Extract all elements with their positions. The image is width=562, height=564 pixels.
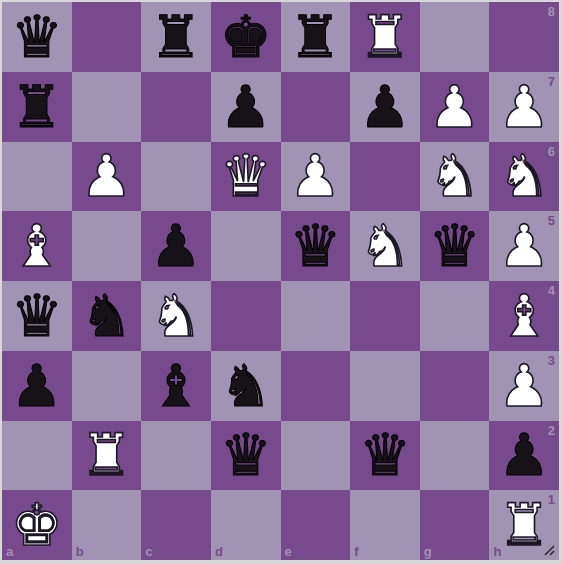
square-e7[interactable] [281,72,351,142]
square-g3[interactable] [420,351,490,421]
square-c5[interactable]: ♟ [141,211,211,281]
piece-black-queen[interactable]: ♛ [359,426,411,484]
square-e4[interactable] [281,281,351,351]
square-f8[interactable]: ♜ [350,2,420,72]
square-g2[interactable] [420,421,490,491]
file-label-d: d [215,545,223,558]
square-h2[interactable]: ♟2 [489,421,559,491]
square-c7[interactable] [141,72,211,142]
square-h8[interactable]: 8 [489,2,559,72]
piece-white-rook[interactable]: ♜ [359,8,411,66]
file-label-g: g [424,545,432,558]
piece-white-pawn[interactable]: ♟ [80,147,132,205]
rank-label-8: 8 [548,5,555,18]
piece-black-rook[interactable]: ♜ [11,78,63,136]
board-grid: ♛♜♚♜♜8♜♟♟♟♟7♟♛♟♞♞6♝♟♛♞♛♟5♛♞♞♝4♟♝♞♟3♜♛♛♟2… [2,2,559,560]
square-g5[interactable]: ♛ [420,211,490,281]
piece-white-pawn[interactable]: ♟ [429,78,481,136]
piece-white-knight[interactable]: ♞ [150,287,202,345]
piece-black-pawn[interactable]: ♟ [220,78,272,136]
square-g6[interactable]: ♞ [420,142,490,212]
piece-white-king[interactable]: ♚ [11,496,63,554]
square-h7[interactable]: ♟7 [489,72,559,142]
piece-black-knight[interactable]: ♞ [80,287,132,345]
square-a4[interactable]: ♛ [2,281,72,351]
square-b6[interactable]: ♟ [72,142,142,212]
piece-black-pawn[interactable]: ♟ [150,217,202,275]
square-b5[interactable] [72,211,142,281]
piece-black-queen[interactable]: ♛ [220,426,272,484]
square-e1[interactable]: e [281,490,351,560]
square-d8[interactable]: ♚ [211,2,281,72]
piece-white-pawn[interactable]: ♟ [289,147,341,205]
square-h4[interactable]: ♝4 [489,281,559,351]
square-h3[interactable]: ♟3 [489,351,559,421]
square-d4[interactable] [211,281,281,351]
piece-white-knight[interactable]: ♞ [359,217,411,275]
piece-black-knight[interactable]: ♞ [220,357,272,415]
piece-black-king[interactable]: ♚ [220,8,272,66]
file-label-f: f [354,545,358,558]
piece-white-pawn[interactable]: ♟ [498,78,550,136]
square-f7[interactable]: ♟ [350,72,420,142]
square-f6[interactable] [350,142,420,212]
square-b2[interactable]: ♜ [72,421,142,491]
piece-black-queen[interactable]: ♛ [11,287,63,345]
file-label-b: b [76,545,84,558]
piece-white-pawn[interactable]: ♟ [498,217,550,275]
piece-black-queen[interactable]: ♛ [429,217,481,275]
piece-black-bishop[interactable]: ♝ [150,357,202,415]
square-h5[interactable]: ♟5 [489,211,559,281]
chess-board: ♛♜♚♜♜8♜♟♟♟♟7♟♛♟♞♞6♝♟♛♞♛♟5♛♞♞♝4♟♝♞♟3♜♛♛♟2… [0,0,562,564]
piece-black-pawn[interactable]: ♟ [11,357,63,415]
square-a3[interactable]: ♟ [2,351,72,421]
piece-white-pawn[interactable]: ♟ [498,357,550,415]
square-c6[interactable] [141,142,211,212]
file-label-e: e [285,545,292,558]
square-d7[interactable]: ♟ [211,72,281,142]
square-c1[interactable]: c [141,490,211,560]
piece-white-queen[interactable]: ♛ [220,147,272,205]
square-g4[interactable] [420,281,490,351]
piece-black-pawn[interactable]: ♟ [498,426,550,484]
square-a6[interactable] [2,142,72,212]
piece-white-bishop[interactable]: ♝ [11,217,63,275]
square-d1[interactable]: d [211,490,281,560]
square-e3[interactable] [281,351,351,421]
piece-white-knight[interactable]: ♞ [429,147,481,205]
square-b3[interactable] [72,351,142,421]
piece-white-rook[interactable]: ♜ [80,426,132,484]
square-c4[interactable]: ♞ [141,281,211,351]
piece-black-queen[interactable]: ♛ [11,8,63,66]
square-c2[interactable] [141,421,211,491]
file-label-c: c [145,545,152,558]
square-a2[interactable] [2,421,72,491]
square-f4[interactable] [350,281,420,351]
square-f2[interactable]: ♛ [350,421,420,491]
square-a8[interactable]: ♛ [2,2,72,72]
square-b4[interactable]: ♞ [72,281,142,351]
square-e6[interactable]: ♟ [281,142,351,212]
square-g8[interactable] [420,2,490,72]
square-c3[interactable]: ♝ [141,351,211,421]
square-h6[interactable]: ♞6 [489,142,559,212]
square-c8[interactable]: ♜ [141,2,211,72]
square-b1[interactable]: b [72,490,142,560]
square-d6[interactable]: ♛ [211,142,281,212]
square-a7[interactable]: ♜ [2,72,72,142]
square-a1[interactable]: ♚a [2,490,72,560]
piece-white-knight[interactable]: ♞ [498,147,550,205]
square-b8[interactable] [72,2,142,72]
piece-black-rook[interactable]: ♜ [289,8,341,66]
square-e5[interactable]: ♛ [281,211,351,281]
square-e8[interactable]: ♜ [281,2,351,72]
square-f1[interactable]: f [350,490,420,560]
square-g1[interactable]: g [420,490,490,560]
square-e2[interactable] [281,421,351,491]
square-f3[interactable] [350,351,420,421]
square-d2[interactable]: ♛ [211,421,281,491]
piece-white-bishop[interactable]: ♝ [498,287,550,345]
square-g7[interactable]: ♟ [420,72,490,142]
piece-black-queen[interactable]: ♛ [289,217,341,275]
square-d3[interactable]: ♞ [211,351,281,421]
piece-black-rook[interactable]: ♜ [150,8,202,66]
board-resize-handle-icon[interactable] [541,542,557,558]
piece-black-pawn[interactable]: ♟ [359,78,411,136]
square-b7[interactable] [72,72,142,142]
square-a5[interactable]: ♝ [2,211,72,281]
square-d5[interactable] [211,211,281,281]
square-f5[interactable]: ♞ [350,211,420,281]
